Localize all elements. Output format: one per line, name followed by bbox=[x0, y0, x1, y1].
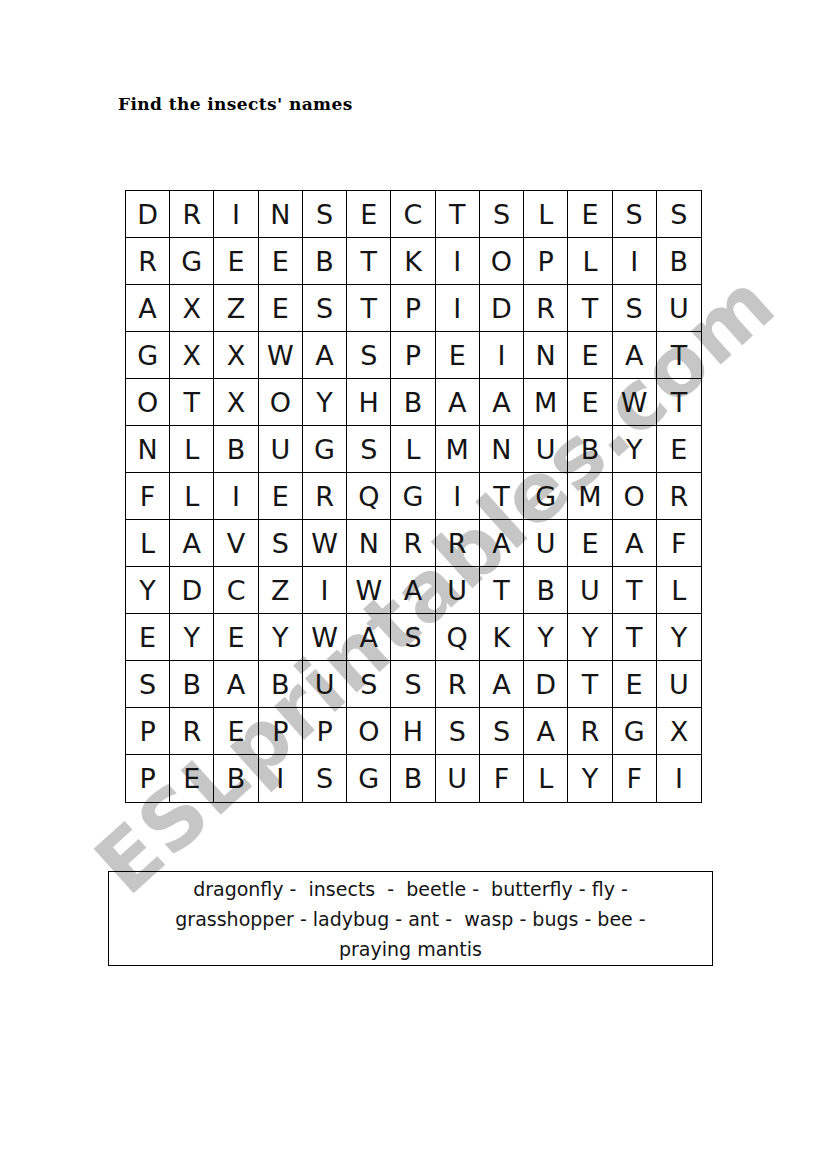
grid-cell[interactable]: A bbox=[214, 661, 258, 708]
grid-cell[interactable]: I bbox=[436, 238, 480, 285]
grid-cell[interactable]: A bbox=[480, 379, 524, 426]
grid-cell[interactable]: A bbox=[436, 379, 480, 426]
grid-cell[interactable]: U bbox=[657, 661, 701, 708]
grid-cell[interactable]: F bbox=[613, 755, 657, 802]
grid-cell[interactable]: B bbox=[214, 426, 258, 473]
grid-cell[interactable]: B bbox=[524, 567, 568, 614]
grid-cell[interactable]: O bbox=[259, 379, 303, 426]
grid-cell[interactable]: S bbox=[480, 191, 524, 238]
grid-cell[interactable]: X bbox=[214, 332, 258, 379]
grid-cell[interactable]: A bbox=[126, 285, 170, 332]
grid-cell[interactable]: C bbox=[391, 191, 435, 238]
grid-cell[interactable]: T bbox=[170, 379, 214, 426]
grid-cell[interactable]: B bbox=[303, 238, 347, 285]
grid-cell[interactable]: G bbox=[391, 473, 435, 520]
grid-cell[interactable]: B bbox=[170, 661, 214, 708]
grid-cell[interactable]: Y bbox=[126, 567, 170, 614]
grid-cell[interactable]: S bbox=[391, 614, 435, 661]
grid-cell[interactable]: O bbox=[613, 473, 657, 520]
word-list-box: dragonfly - insects - beetle - butterfly… bbox=[108, 871, 713, 966]
grid-cell[interactable]: U bbox=[524, 520, 568, 567]
grid-cell[interactable]: S bbox=[391, 661, 435, 708]
grid-cell[interactable]: A bbox=[613, 520, 657, 567]
grid-cell[interactable]: Y bbox=[568, 614, 612, 661]
grid-cell[interactable]: U bbox=[436, 755, 480, 802]
grid-cell[interactable]: Q bbox=[436, 614, 480, 661]
grid-cell[interactable]: B bbox=[657, 238, 701, 285]
grid-cell[interactable]: U bbox=[259, 426, 303, 473]
grid-cell[interactable]: I bbox=[214, 191, 258, 238]
grid-cell[interactable]: D bbox=[480, 285, 524, 332]
grid-cell[interactable]: S bbox=[347, 426, 391, 473]
grid-cell[interactable]: L bbox=[524, 755, 568, 802]
grid-cell[interactable]: I bbox=[657, 755, 701, 802]
grid-cell[interactable]: I bbox=[436, 473, 480, 520]
grid-cell[interactable]: W bbox=[347, 567, 391, 614]
grid-cell[interactable]: S bbox=[347, 332, 391, 379]
grid-cell[interactable]: U bbox=[303, 661, 347, 708]
grid-cell[interactable]: E bbox=[170, 755, 214, 802]
grid-cell[interactable]: A bbox=[613, 332, 657, 379]
grid-cell[interactable]: U bbox=[436, 567, 480, 614]
grid-cell[interactable]: R bbox=[524, 285, 568, 332]
grid-cell[interactable]: E bbox=[214, 614, 258, 661]
grid-cell[interactable]: S bbox=[613, 191, 657, 238]
grid-cell[interactable]: N bbox=[259, 191, 303, 238]
grid-cell[interactable]: M bbox=[568, 473, 612, 520]
grid-cell[interactable]: O bbox=[480, 238, 524, 285]
grid-cell[interactable]: R bbox=[170, 191, 214, 238]
grid-cell[interactable]: A bbox=[347, 614, 391, 661]
grid-cell[interactable]: K bbox=[480, 614, 524, 661]
grid-cell[interactable]: E bbox=[568, 520, 612, 567]
grid-cell[interactable]: E bbox=[214, 238, 258, 285]
grid-cell[interactable]: H bbox=[391, 708, 435, 755]
grid-cell[interactable]: Y bbox=[170, 614, 214, 661]
grid-cell[interactable]: N bbox=[480, 426, 524, 473]
grid-cell[interactable]: W bbox=[303, 614, 347, 661]
grid-cell[interactable]: Y bbox=[613, 426, 657, 473]
grid-cell[interactable]: B bbox=[214, 755, 258, 802]
grid-cell[interactable]: R bbox=[303, 473, 347, 520]
grid-cell[interactable]: S bbox=[436, 708, 480, 755]
grid-cell[interactable]: R bbox=[657, 473, 701, 520]
grid-cell[interactable]: X bbox=[214, 379, 258, 426]
grid-cell[interactable]: E bbox=[259, 238, 303, 285]
grid-cell[interactable]: F bbox=[480, 755, 524, 802]
grid-cell[interactable]: T bbox=[568, 661, 612, 708]
grid-cell[interactable]: S bbox=[259, 520, 303, 567]
grid-cell[interactable]: S bbox=[126, 661, 170, 708]
grid-cell[interactable]: Q bbox=[347, 473, 391, 520]
grid-cell[interactable]: R bbox=[126, 238, 170, 285]
grid-cell[interactable]: W bbox=[613, 379, 657, 426]
grid-cell[interactable]: G bbox=[303, 426, 347, 473]
grid-cell[interactable]: S bbox=[303, 285, 347, 332]
grid-cell[interactable]: O bbox=[126, 379, 170, 426]
grid-cell[interactable]: R bbox=[436, 661, 480, 708]
grid-cell[interactable]: G bbox=[126, 332, 170, 379]
grid-cell[interactable]: E bbox=[568, 332, 612, 379]
word-list-line: dragonfly - insects - beetle - butterfly… bbox=[109, 874, 712, 904]
grid-cell[interactable]: Y bbox=[568, 755, 612, 802]
grid-cell[interactable]: E bbox=[259, 473, 303, 520]
grid-cell[interactable]: G bbox=[613, 708, 657, 755]
grid-cell[interactable]: U bbox=[568, 567, 612, 614]
grid-cell[interactable]: Y bbox=[259, 614, 303, 661]
grid-cell[interactable]: T bbox=[347, 238, 391, 285]
grid-cell[interactable]: E bbox=[214, 708, 258, 755]
grid-cell[interactable]: S bbox=[303, 191, 347, 238]
grid-cell[interactable]: L bbox=[170, 426, 214, 473]
grid-cell[interactable]: H bbox=[347, 379, 391, 426]
grid-cell[interactable]: Z bbox=[259, 567, 303, 614]
grid-cell[interactable]: L bbox=[170, 473, 214, 520]
page-title: Find the insects' names bbox=[118, 94, 353, 114]
grid-cell[interactable]: U bbox=[657, 285, 701, 332]
grid-cell[interactable]: E bbox=[436, 332, 480, 379]
grid-cell[interactable]: S bbox=[613, 285, 657, 332]
grid-cell[interactable]: N bbox=[524, 332, 568, 379]
grid-cell[interactable]: P bbox=[126, 755, 170, 802]
grid-cell[interactable]: I bbox=[303, 567, 347, 614]
grid-cell[interactable]: P bbox=[391, 332, 435, 379]
grid-cell[interactable]: W bbox=[259, 332, 303, 379]
grid-cell[interactable]: E bbox=[613, 661, 657, 708]
grid-cell[interactable]: P bbox=[524, 238, 568, 285]
grid-cell[interactable]: P bbox=[259, 708, 303, 755]
grid-cell[interactable]: K bbox=[391, 238, 435, 285]
grid-cell[interactable]: L bbox=[657, 567, 701, 614]
grid-cell[interactable]: R bbox=[170, 708, 214, 755]
grid-cell[interactable]: S bbox=[347, 661, 391, 708]
grid-cell[interactable]: D bbox=[170, 567, 214, 614]
grid-cell[interactable]: P bbox=[126, 708, 170, 755]
grid-cell[interactable]: Y bbox=[524, 614, 568, 661]
grid-cell[interactable]: B bbox=[391, 379, 435, 426]
grid-cell[interactable]: T bbox=[613, 614, 657, 661]
grid-cell[interactable]: A bbox=[480, 520, 524, 567]
grid-cell[interactable]: D bbox=[524, 661, 568, 708]
grid-cell[interactable]: G bbox=[170, 238, 214, 285]
word-search-grid: DRINSECTSLESSRGEEBTKIOPLIBAXZESTPIDRTSUG… bbox=[125, 190, 702, 803]
grid-cell[interactable]: R bbox=[568, 708, 612, 755]
grid-cell[interactable]: L bbox=[126, 520, 170, 567]
grid-cell[interactable]: L bbox=[524, 191, 568, 238]
grid-cell[interactable]: D bbox=[126, 191, 170, 238]
grid-cell[interactable]: G bbox=[524, 473, 568, 520]
grid-cell[interactable]: I bbox=[214, 473, 258, 520]
grid-cell[interactable]: E bbox=[568, 379, 612, 426]
grid-cell[interactable]: N bbox=[347, 520, 391, 567]
grid-cell[interactable]: A bbox=[524, 708, 568, 755]
grid-cell[interactable]: B bbox=[259, 661, 303, 708]
grid-cell[interactable]: E bbox=[657, 426, 701, 473]
grid-cell[interactable]: E bbox=[347, 191, 391, 238]
grid-cell[interactable]: P bbox=[391, 285, 435, 332]
grid-cell[interactable]: O bbox=[347, 708, 391, 755]
grid-cell[interactable]: I bbox=[613, 238, 657, 285]
grid-cell[interactable]: I bbox=[436, 285, 480, 332]
grid-cell[interactable]: Y bbox=[303, 379, 347, 426]
grid-cell[interactable]: F bbox=[126, 473, 170, 520]
grid-cell[interactable]: I bbox=[480, 332, 524, 379]
grid-cell[interactable]: N bbox=[126, 426, 170, 473]
grid-cell[interactable]: W bbox=[303, 520, 347, 567]
grid-cell[interactable]: P bbox=[303, 708, 347, 755]
grid-cell[interactable]: S bbox=[303, 755, 347, 802]
grid-cell[interactable]: T bbox=[480, 473, 524, 520]
grid-cell[interactable]: B bbox=[568, 426, 612, 473]
grid-cell[interactable]: T bbox=[613, 567, 657, 614]
grid-cell[interactable]: T bbox=[480, 567, 524, 614]
worksheet-page: Find the insects' names ESLprintables.co… bbox=[0, 0, 821, 1169]
grid-cell[interactable]: Y bbox=[657, 614, 701, 661]
grid-cell[interactable]: G bbox=[347, 755, 391, 802]
grid-cell[interactable]: E bbox=[568, 191, 612, 238]
grid-cell[interactable]: E bbox=[126, 614, 170, 661]
grid-cell[interactable]: T bbox=[657, 332, 701, 379]
grid-cell[interactable]: L bbox=[391, 426, 435, 473]
word-list-line: praying mantis bbox=[109, 934, 712, 964]
grid-cell[interactable]: T bbox=[568, 285, 612, 332]
grid-cell[interactable]: R bbox=[391, 520, 435, 567]
grid-cell[interactable]: R bbox=[436, 520, 480, 567]
grid-cell[interactable]: B bbox=[391, 755, 435, 802]
grid-cell[interactable]: V bbox=[214, 520, 258, 567]
grid-cell[interactable]: S bbox=[480, 708, 524, 755]
grid-cell[interactable]: U bbox=[524, 426, 568, 473]
grid-cell[interactable]: T bbox=[436, 191, 480, 238]
grid-cell[interactable]: M bbox=[524, 379, 568, 426]
grid-cell[interactable]: A bbox=[170, 520, 214, 567]
grid-cell[interactable]: C bbox=[214, 567, 258, 614]
grid-cell[interactable]: X bbox=[657, 708, 701, 755]
grid-cell[interactable]: X bbox=[170, 285, 214, 332]
grid-cell[interactable]: I bbox=[259, 755, 303, 802]
grid-cell[interactable]: A bbox=[391, 567, 435, 614]
grid-cell[interactable]: E bbox=[259, 285, 303, 332]
grid-cell[interactable]: F bbox=[657, 520, 701, 567]
grid-cell[interactable]: X bbox=[170, 332, 214, 379]
grid-cell[interactable]: S bbox=[657, 191, 701, 238]
grid-cell[interactable]: M bbox=[436, 426, 480, 473]
grid-cell[interactable]: T bbox=[657, 379, 701, 426]
grid-cell[interactable]: T bbox=[347, 285, 391, 332]
grid-cell[interactable]: A bbox=[303, 332, 347, 379]
grid-cell[interactable]: L bbox=[568, 238, 612, 285]
grid-cell[interactable]: A bbox=[480, 661, 524, 708]
grid-cell[interactable]: Z bbox=[214, 285, 258, 332]
word-list-line: grasshopper - ladybug - ant - wasp - bug… bbox=[109, 904, 712, 934]
